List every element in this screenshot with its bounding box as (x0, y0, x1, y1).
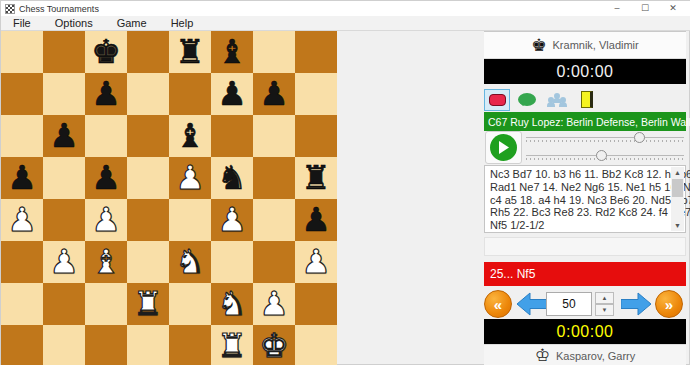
move-line: Rh5 22. Bc3 Re8 23. Rd2 Kc8 24. f4 Ne7 2… (490, 206, 669, 219)
forward-button[interactable] (621, 292, 651, 316)
move-list-scrollbar[interactable]: ▲ ▼ (671, 167, 684, 231)
go-end-button[interactable]: » (655, 290, 683, 318)
black-pawn-piece[interactable]: ♟ (259, 73, 289, 115)
volume-slider-thumb[interactable] (596, 150, 607, 161)
square-h1[interactable] (295, 325, 337, 365)
square-b5[interactable] (43, 157, 85, 199)
square-a6[interactable] (1, 115, 43, 157)
square-c2[interactable] (85, 283, 127, 325)
go-start-button[interactable]: « (484, 290, 512, 318)
square-a8[interactable] (1, 31, 43, 73)
current-move-text: 25... Nf5 (484, 267, 535, 281)
square-g6[interactable] (253, 115, 295, 157)
white-king-icon: ♔ (535, 347, 550, 364)
yellow-card-icon (581, 91, 593, 108)
current-move-bar: 25... Nf5 (484, 262, 686, 286)
square-h7[interactable] (295, 73, 337, 115)
square-a3[interactable] (1, 241, 43, 283)
square-d2[interactable]: ♜ (127, 283, 169, 325)
black-pawn-piece[interactable]: ♟ (7, 157, 37, 199)
square-f4[interactable]: ♟ (211, 199, 253, 241)
square-b1[interactable] (43, 325, 85, 365)
player-bottom-name: Kasparov, Garry (556, 350, 635, 362)
maximize-button[interactable]: ☐ (631, 1, 659, 16)
square-a5[interactable]: ♟ (1, 157, 43, 199)
square-f7[interactable]: ♟ (211, 73, 253, 115)
square-h2[interactable] (295, 283, 337, 325)
square-b4[interactable] (43, 199, 85, 241)
app-window: Chess Tournaments – ☐ ✕ File Options Gam… (0, 0, 690, 365)
scroll-up-icon[interactable]: ▲ (671, 167, 684, 178)
square-b7[interactable] (43, 73, 85, 115)
black-king-piece[interactable]: ♚ (91, 31, 121, 73)
move-line: Nf5 1/2-1/2 (490, 219, 669, 232)
square-c8[interactable]: ♚ (85, 31, 127, 73)
move-counter-field[interactable]: 50 (546, 292, 592, 316)
white-knight-piece[interactable]: ♞ (175, 241, 205, 283)
black-king-icon: ♚ (531, 37, 546, 54)
red-tag-button[interactable] (484, 89, 510, 111)
square-b8[interactable] (43, 31, 85, 73)
spinner-down-icon[interactable]: ▼ (595, 304, 614, 316)
square-g3[interactable] (253, 241, 295, 283)
square-e3[interactable]: ♞ (169, 241, 211, 283)
speed-slider[interactable] (526, 132, 684, 143)
menu-help[interactable]: Help (159, 17, 206, 29)
square-g7[interactable]: ♟ (253, 73, 295, 115)
clock-bottom-value: 0:00:00 (557, 323, 614, 341)
black-rook-piece[interactable]: ♜ (175, 31, 205, 73)
square-c4[interactable]: ♟ (85, 199, 127, 241)
square-g2[interactable]: ♟ (253, 283, 295, 325)
move-line: Rad1 Ne7 14. Ne2 Ng6 15. Ne1 h5 16. Nd3 … (490, 181, 669, 194)
square-h6[interactable] (295, 115, 337, 157)
square-e1[interactable] (169, 325, 211, 365)
player-top-bar: ♚ Kramnik, Vladimir (484, 31, 686, 59)
square-d1[interactable] (127, 325, 169, 365)
square-h5[interactable]: ♜ (295, 157, 337, 199)
black-knight-piece[interactable]: ♞ (217, 157, 247, 199)
yellow-card-button[interactable] (574, 89, 600, 111)
square-e6[interactable]: ♝ (169, 115, 211, 157)
white-rook-piece[interactable]: ♜ (133, 283, 163, 325)
square-f6[interactable] (211, 115, 253, 157)
white-pawn-piece[interactable]: ♟ (175, 157, 205, 199)
annotation-toolbar (484, 88, 686, 111)
empty-panel-strip (484, 237, 686, 256)
white-rook-piece[interactable]: ♜ (217, 325, 247, 365)
white-pawn-piece[interactable]: ♟ (259, 283, 289, 325)
white-pawn-piece[interactable]: ♟ (49, 241, 79, 283)
square-a1[interactable] (1, 325, 43, 365)
black-bishop-piece[interactable]: ♝ (175, 115, 205, 157)
square-g8[interactable] (253, 31, 295, 73)
players-button[interactable] (544, 89, 570, 111)
square-a4[interactable]: ♟ (1, 199, 43, 241)
comment-bubble-icon (518, 93, 536, 106)
black-rook-piece[interactable]: ♜ (301, 157, 331, 199)
square-h3[interactable]: ♟ (295, 241, 337, 283)
scroll-down-icon[interactable]: ▼ (671, 220, 684, 231)
square-h4[interactable]: ♟ (295, 199, 337, 241)
square-e2[interactable] (169, 283, 211, 325)
play-button[interactable] (485, 131, 522, 164)
white-pawn-piece[interactable]: ♟ (7, 199, 37, 241)
square-h8[interactable] (295, 31, 337, 73)
square-d6[interactable] (127, 115, 169, 157)
square-b6[interactable]: ♟ (43, 115, 85, 157)
square-f2[interactable]: ♞ (211, 283, 253, 325)
black-pawn-piece[interactable]: ♟ (301, 199, 331, 241)
square-c1[interactable] (85, 325, 127, 365)
square-c7[interactable]: ♟ (85, 73, 127, 115)
square-d5[interactable] (127, 157, 169, 199)
player-bottom-bar: ♔ Kasparov, Garry (484, 344, 686, 365)
window-title: Chess Tournaments (19, 4, 99, 14)
black-pawn-piece[interactable]: ♟ (217, 73, 247, 115)
clock-bottom: 0:00:00 (484, 319, 686, 344)
square-d8[interactable] (127, 31, 169, 73)
playback-controls (484, 131, 686, 165)
black-pawn-piece[interactable]: ♟ (91, 157, 121, 199)
square-c3[interactable]: ♝ (85, 241, 127, 283)
square-f8[interactable]: ♝ (211, 31, 253, 73)
clock-top-value: 0:00:00 (557, 63, 614, 81)
navigation-row: « 50 ▲ ▼ » (484, 289, 686, 319)
square-g5[interactable] (253, 157, 295, 199)
spinner-up-icon[interactable]: ▲ (595, 292, 614, 304)
white-bishop-piece[interactable]: ♝ (91, 241, 121, 283)
square-f1[interactable]: ♜ (211, 325, 253, 365)
square-e8[interactable]: ♜ (169, 31, 211, 73)
square-b2[interactable] (43, 283, 85, 325)
move-line: Nc3 Bd7 10. b3 h6 11. Bb2 Kc8 12. h3 b6 … (490, 168, 669, 181)
counter-spinner: ▲ ▼ (595, 292, 614, 316)
move-line: c4 a5 18. a4 h4 19. Nc3 Be6 20. Nd5 Kb7 … (490, 194, 669, 207)
app-icon (6, 5, 14, 13)
close-button[interactable]: ✕ (659, 1, 687, 16)
opening-name: C67 Ruy Lopez: Berlin Defense, Berlin Wa… (484, 116, 690, 128)
square-b3[interactable]: ♟ (43, 241, 85, 283)
white-king-piece[interactable]: ♚ (259, 325, 289, 365)
chess-board[interactable]: ♚♜♝♟♟♟♟♝♟♟♟♞♜♟♟♟♟♟♝♞♟♜♞♟♜♚ (1, 31, 337, 365)
white-pawn-piece[interactable]: ♟ (301, 241, 331, 283)
square-a7[interactable] (1, 73, 43, 115)
scroll-thumb[interactable] (672, 179, 683, 197)
square-a2[interactable] (1, 283, 43, 325)
back-button[interactable] (517, 292, 547, 316)
move-list[interactable]: Nc3 Bd7 10. b3 h6 11. Bb2 Kc8 12. h3 b6 … (484, 165, 686, 233)
square-d7[interactable] (127, 73, 169, 115)
white-pawn-piece[interactable]: ♟ (91, 199, 121, 241)
square-e7[interactable] (169, 73, 211, 115)
play-icon (490, 134, 517, 161)
square-d4[interactable] (127, 199, 169, 241)
volume-slider[interactable] (526, 150, 684, 161)
square-g4[interactable] (253, 199, 295, 241)
square-e5[interactable]: ♟ (169, 157, 211, 199)
black-pawn-piece[interactable]: ♟ (91, 73, 121, 115)
clock-top: 0:00:00 (484, 59, 686, 84)
square-f5[interactable]: ♞ (211, 157, 253, 199)
minimize-button[interactable]: – (603, 1, 631, 16)
square-c6[interactable] (85, 115, 127, 157)
menu-game[interactable]: Game (105, 17, 159, 29)
menu-options[interactable]: Options (43, 17, 105, 29)
player-top-name: Kramnik, Vladimir (553, 39, 639, 51)
square-c5[interactable]: ♟ (85, 157, 127, 199)
title-bar: Chess Tournaments – ☐ ✕ (1, 1, 690, 16)
opening-name-bar: C67 Ruy Lopez: Berlin Defense, Berlin Wa… (484, 112, 686, 131)
red-tag-icon (489, 94, 506, 106)
white-knight-piece[interactable]: ♞ (217, 283, 247, 325)
square-e4[interactable] (169, 199, 211, 241)
black-pawn-piece[interactable]: ♟ (49, 115, 79, 157)
players-group-icon (548, 93, 566, 107)
white-pawn-piece[interactable]: ♟ (217, 199, 247, 241)
comment-button[interactable] (514, 89, 540, 111)
menu-bar: File Options Game Help (1, 16, 690, 31)
black-bishop-piece[interactable]: ♝ (217, 31, 247, 73)
menu-file[interactable]: File (1, 17, 43, 29)
square-f3[interactable] (211, 241, 253, 283)
square-g1[interactable]: ♚ (253, 325, 295, 365)
square-d3[interactable] (127, 241, 169, 283)
speed-slider-thumb[interactable] (634, 132, 645, 143)
